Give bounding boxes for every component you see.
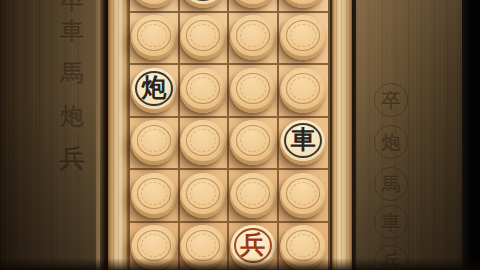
hidden-piece[interactable] [131,0,177,8]
game-screen: 卒車馬炮兵 炮車兵 卒炮馬車兵 [0,0,480,270]
hidden-piece[interactable] [180,173,226,218]
board-cell-r0c2[interactable] [229,0,279,13]
hidden-piece[interactable] [180,68,226,113]
piece-face: 炮 [132,68,176,109]
board-cell-r1c0[interactable] [130,13,180,66]
board-cell-r0c1[interactable] [180,0,230,13]
piece-face [231,15,275,56]
bottom-vignette [0,258,480,270]
board-cell-r3c2[interactable] [229,118,279,171]
piece-face [281,15,325,56]
piece-face: 車 [281,120,325,161]
piece-character: 車 [291,127,316,152]
hidden-piece[interactable] [131,120,177,165]
board-cell-r2c2[interactable] [229,65,279,118]
hidden-piece[interactable] [230,120,276,165]
hidden-piece[interactable] [180,15,226,60]
board-grid: 炮車兵 [128,0,330,270]
board-cell-r1c2[interactable] [229,13,279,66]
piece-face [281,68,325,109]
piece-face [132,0,176,4]
piece-face [181,173,225,214]
wood-grain [332,0,352,270]
carved-glyph: 炮 [374,125,408,159]
board-cell-r1c3[interactable] [279,13,329,66]
hidden-piece[interactable] [280,173,326,218]
board-cell-r4c1[interactable] [180,170,230,223]
board-cell-r4c3[interactable] [279,170,329,223]
right-panel-glyphs: 卒炮馬車兵 [374,0,410,270]
carved-glyph: 卒 [374,83,408,117]
revealed-piece-unknown[interactable] [180,0,226,8]
piece-face [181,15,225,56]
piece-character: 兵 [240,232,265,257]
carved-glyph: 兵 [52,142,92,175]
piece-face [132,120,176,161]
board-cell-r2c3[interactable] [279,65,329,118]
piece-face [281,173,325,214]
piece-character: 炮 [141,75,166,100]
board-cell-r0c0[interactable] [130,0,180,13]
board-cell-r2c1[interactable] [180,65,230,118]
wood-grain [108,0,128,270]
left-panel-glyphs: 卒車馬炮兵 [52,0,92,270]
panel-board-gap [100,0,108,270]
hidden-piece[interactable] [230,0,276,8]
carved-glyph: 車 [52,16,92,47]
hidden-piece[interactable] [230,15,276,60]
board-cell-r1c1[interactable] [180,13,230,66]
piece-face [181,0,225,4]
piece-face [132,15,176,56]
board-cell-r4c0[interactable] [130,170,180,223]
board-frame-left [108,0,128,270]
hidden-piece[interactable] [131,173,177,218]
board-cell-r3c0[interactable] [130,118,180,171]
hidden-piece[interactable] [280,68,326,113]
revealed-piece-cannon[interactable]: 炮 [131,68,177,113]
revealed-piece-chariot[interactable]: 車 [280,120,326,165]
piece-face [181,120,225,161]
hidden-piece[interactable] [280,15,326,60]
board-cell-r2c0[interactable]: 炮 [130,65,180,118]
carved-glyph: 馬 [374,167,408,201]
board-cell-r3c1[interactable] [180,118,230,171]
hidden-piece[interactable] [230,173,276,218]
piece-face [231,173,275,214]
hidden-piece[interactable] [131,15,177,60]
piece-face [181,68,225,109]
piece-face [132,173,176,214]
carved-glyph: 卒 [52,0,92,17]
carved-glyph: 馬 [52,58,92,89]
banqi-board: 炮車兵 [108,0,352,270]
right-edge-band [462,0,480,270]
piece-face [281,0,325,4]
piece-face [231,0,275,4]
hidden-piece[interactable] [180,120,226,165]
piece-face [231,120,275,161]
piece-face [231,68,275,109]
carved-glyph: 炮 [52,101,92,132]
hidden-piece[interactable] [230,68,276,113]
board-cell-r3c3[interactable]: 車 [279,118,329,171]
board-frame-right [332,0,352,270]
carved-glyph: 車 [374,205,408,239]
hidden-piece[interactable] [280,0,326,8]
board-cell-r0c3[interactable] [279,0,329,13]
board-cell-r4c2[interactable] [229,170,279,223]
